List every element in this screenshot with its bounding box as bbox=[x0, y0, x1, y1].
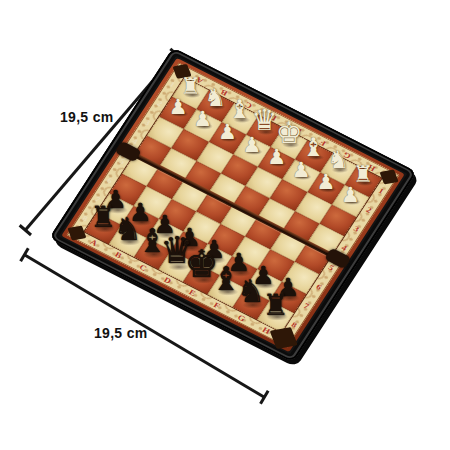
rank-label-left: 7 bbox=[93, 196, 101, 204]
rank-label-left: 6 bbox=[106, 176, 114, 184]
file-label-far: B bbox=[220, 87, 230, 96]
file-label-far: E bbox=[294, 125, 304, 134]
rank-label-left: 1 bbox=[168, 80, 176, 88]
rank-label-right: 6 bbox=[315, 283, 323, 291]
file-label-far: D bbox=[269, 113, 279, 122]
dimension-label-left: 19,5 cm bbox=[60, 109, 113, 125]
file-label-near: E bbox=[188, 288, 198, 297]
rank-label-left: 2 bbox=[156, 99, 164, 107]
rank-label-right: 1 bbox=[377, 187, 385, 195]
file-label-near: D bbox=[163, 276, 173, 285]
rank-label-right: 5 bbox=[327, 264, 335, 272]
dimension-label-bottom: 19,5 cm bbox=[94, 325, 147, 341]
file-label-far: H bbox=[367, 163, 377, 173]
chessboard: AABBCCDDEEFFGGHH1122334455667788 bbox=[49, 47, 417, 362]
rank-label-left: 3 bbox=[143, 119, 151, 127]
rank-label-right: 3 bbox=[352, 225, 360, 233]
rank-label-left: 5 bbox=[118, 157, 126, 165]
file-label-far: C bbox=[244, 100, 254, 109]
file-label-far: A bbox=[195, 75, 205, 84]
rank-label-right: 2 bbox=[365, 206, 373, 214]
file-label-near: C bbox=[138, 263, 148, 272]
file-label-near: G bbox=[236, 313, 246, 323]
file-label-far: F bbox=[318, 138, 327, 147]
file-label-near: B bbox=[114, 251, 124, 260]
file-label-far: G bbox=[342, 150, 352, 160]
file-label-near: F bbox=[212, 301, 221, 310]
rank-label-right: 7 bbox=[302, 302, 310, 310]
rank-label-left: 8 bbox=[81, 215, 89, 223]
file-label-near: A bbox=[89, 238, 99, 247]
